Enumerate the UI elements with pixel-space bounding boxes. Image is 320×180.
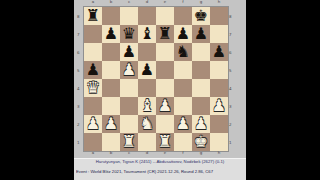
- square-g3: [192, 97, 210, 115]
- square-a4: ♛: [84, 79, 102, 97]
- square-b8: [102, 7, 120, 25]
- file-label-a: a: [89, 0, 98, 3]
- piece-bp-a5: ♟: [86, 61, 100, 79]
- square-g6: [192, 43, 210, 61]
- rank-label-4: 4: [229, 84, 232, 93]
- square-h2: [210, 115, 228, 133]
- file-label-a: a: [89, 151, 98, 154]
- square-h6: ♟: [210, 43, 228, 61]
- piece-wp-g2: ♟: [194, 115, 208, 133]
- square-c5: ♟: [120, 61, 138, 79]
- square-h3: ♟: [210, 97, 228, 115]
- square-b1: [102, 133, 120, 151]
- square-h4: [210, 79, 228, 97]
- square-f1: [174, 133, 192, 151]
- file-label-e: e: [161, 151, 170, 154]
- piece-wp-b2: ♟: [104, 115, 118, 133]
- file-labels-bottom: abcdefgh: [84, 151, 228, 156]
- file-label-f: f: [179, 0, 188, 3]
- file-label-d: d: [143, 151, 152, 154]
- square-c1: ♜: [120, 133, 138, 151]
- event-line: Event : World Blitz 2021, Tournament (CR…: [74, 169, 248, 174]
- square-b2: ♟: [102, 115, 120, 133]
- piece-bn-f6: ♞: [176, 43, 190, 61]
- square-f4: [174, 79, 192, 97]
- square-d7: ♝: [138, 25, 156, 43]
- rank-label-3: 3: [77, 102, 80, 111]
- square-a3: [84, 97, 102, 115]
- piece-bp-c6: ♟: [122, 43, 136, 61]
- rank-label-6: 6: [229, 48, 232, 57]
- rank-label-1: 1: [229, 138, 232, 147]
- square-h7: [210, 25, 228, 43]
- piece-bp-h6: ♟: [212, 43, 226, 61]
- square-e4: [156, 79, 174, 97]
- square-d1: [138, 133, 156, 151]
- square-e1: ♜: [156, 133, 174, 151]
- square-e7: ♜: [156, 25, 174, 43]
- file-labels-top: abcdefgh: [84, 0, 228, 5]
- square-d5: ♟: [138, 61, 156, 79]
- file-label-e: e: [161, 0, 170, 3]
- file-label-c: c: [125, 0, 134, 3]
- square-c6: ♟: [120, 43, 138, 61]
- square-g5: [192, 61, 210, 79]
- square-g8: ♚: [192, 7, 210, 25]
- file-label-f: f: [179, 151, 188, 154]
- square-e6: [156, 43, 174, 61]
- square-b5: [102, 61, 120, 79]
- piece-bb-d7: ♝: [140, 25, 154, 43]
- square-d4: [138, 79, 156, 97]
- square-d2: ♞: [138, 115, 156, 133]
- square-e5: [156, 61, 174, 79]
- piece-bp-f7: ♟: [176, 25, 190, 43]
- square-b4: [102, 79, 120, 97]
- file-label-g: g: [197, 0, 206, 3]
- square-b6: [102, 43, 120, 61]
- piece-wb-d3: ♝: [140, 97, 154, 115]
- square-a8: ♜: [84, 7, 102, 25]
- rank-label-4: 4: [77, 84, 80, 93]
- square-d8: [138, 7, 156, 25]
- square-h8: [210, 7, 228, 25]
- rank-label-8: 8: [77, 12, 80, 21]
- square-e8: [156, 7, 174, 25]
- rank-label-8: 8: [229, 12, 232, 21]
- move-info-line: 41. ... Re7 Next: 42.Rc2 Length: 46 Mate…: [74, 179, 246, 180]
- next-move-label: Next: 42.Rc2: [121, 179, 146, 180]
- piece-wp-f2: ♟: [176, 115, 190, 133]
- piece-bk-g8: ♚: [194, 7, 208, 25]
- square-g7: ♟: [192, 25, 210, 43]
- square-g2: ♟: [192, 115, 210, 133]
- piece-wp-h3: ♟: [212, 97, 226, 115]
- square-b7: ♟: [102, 25, 120, 43]
- file-label-d: d: [143, 0, 152, 3]
- square-g1: ♚: [192, 133, 210, 151]
- piece-br-e7: ♜: [158, 25, 172, 43]
- square-a1: [84, 133, 102, 151]
- piece-br-a8: ♜: [86, 7, 100, 25]
- game-length-label: Length: 46: [162, 179, 182, 180]
- square-c2: [120, 115, 138, 133]
- square-d6: [138, 43, 156, 61]
- rank-label-7: 7: [229, 30, 232, 39]
- piece-wk-g1: ♚: [194, 133, 208, 151]
- square-a2: ♟: [84, 115, 102, 133]
- video-frame: abcdefgh 87654321 ♜♚♟♛♝♜♟♟♟♞♟♟♟♟♛♝♟♟♟♟♞♟…: [0, 0, 320, 180]
- file-label-b: b: [107, 151, 116, 154]
- letterbox-right: [246, 0, 320, 180]
- square-d3: ♝: [138, 97, 156, 115]
- piece-wp-e3: ♟: [158, 97, 172, 115]
- square-a5: ♟: [84, 61, 102, 79]
- rank-label-5: 5: [229, 66, 232, 75]
- file-label-h: h: [215, 0, 224, 3]
- square-f2: ♟: [174, 115, 192, 133]
- square-h5: [210, 61, 228, 79]
- file-label-c: c: [125, 151, 134, 154]
- piece-wr-c1: ♜: [122, 133, 136, 151]
- square-f7: ♟: [174, 25, 192, 43]
- material-label: Material: 0: [196, 179, 216, 180]
- rank-label-2: 2: [229, 120, 232, 129]
- letterbox-left: [0, 0, 74, 180]
- file-label-g: g: [197, 151, 206, 154]
- last-move-label: 41. ... Re7: [76, 179, 96, 180]
- square-a7: [84, 25, 102, 43]
- piece-bp-g7: ♟: [194, 25, 208, 43]
- square-c4: [120, 79, 138, 97]
- piece-bq-c7: ♛: [122, 25, 136, 43]
- square-c3: [120, 97, 138, 115]
- square-c7: ♛: [120, 25, 138, 43]
- square-f5: [174, 61, 192, 79]
- players-line: Harutyunyan, Tigran K (2451) -- Abdusatt…: [74, 159, 246, 164]
- square-f3: [174, 97, 192, 115]
- square-f8: [174, 7, 192, 25]
- rank-label-6: 6: [77, 48, 80, 57]
- piece-wp-a2: ♟: [86, 115, 100, 133]
- rank-label-5: 5: [77, 66, 80, 75]
- square-f6: ♞: [174, 43, 192, 61]
- rank-label-7: 7: [77, 30, 80, 39]
- piece-wq-a4: ♛: [86, 79, 100, 97]
- piece-bp-d5: ♟: [140, 61, 154, 79]
- square-a6: [84, 43, 102, 61]
- square-h1: [210, 133, 228, 151]
- piece-bp-b7: ♟: [104, 25, 118, 43]
- caption-panel: Harutyunyan, Tigran K (2451) -- Abdusatt…: [74, 158, 246, 180]
- rank-labels-right: 87654321: [229, 7, 234, 151]
- square-b3: [102, 97, 120, 115]
- chess-board: ♜♚♟♛♝♜♟♟♟♞♟♟♟♟♛♝♟♟♟♟♞♟♟♜♜♚: [83, 6, 229, 152]
- piece-wp-c5: ♟: [122, 61, 136, 79]
- square-g4: [192, 79, 210, 97]
- file-label-h: h: [215, 151, 224, 154]
- rank-labels-left: 87654321: [77, 7, 82, 151]
- piece-wr-e1: ♜: [158, 133, 172, 151]
- square-e2: [156, 115, 174, 133]
- rank-label-3: 3: [229, 102, 232, 111]
- square-c8: [120, 7, 138, 25]
- file-label-b: b: [107, 0, 116, 3]
- rank-label-1: 1: [77, 138, 80, 147]
- rank-label-2: 2: [77, 120, 80, 129]
- piece-wn-d2: ♞: [140, 115, 154, 133]
- chess-video-area: abcdefgh 87654321 ♜♚♟♛♝♜♟♟♟♞♟♟♟♟♛♝♟♟♟♟♞♟…: [74, 0, 246, 180]
- square-e3: ♟: [156, 97, 174, 115]
